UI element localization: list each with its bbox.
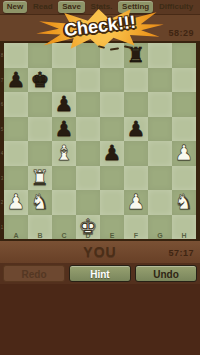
- rank-labels: 87654321: [0, 43, 4, 239]
- square-h2[interactable]: ♞: [172, 190, 196, 215]
- square-f4[interactable]: [124, 141, 148, 166]
- square-h5[interactable]: [172, 117, 196, 142]
- menu-item-save[interactable]: Save: [58, 1, 85, 13]
- square-b7[interactable]: ♚: [28, 68, 52, 93]
- player-name: YOU: [83, 244, 116, 260]
- square-d8[interactable]: [76, 43, 100, 68]
- square-e4[interactable]: ♟: [100, 141, 124, 166]
- file-label-c: C: [52, 232, 76, 239]
- opponent-clock: 58:29: [168, 28, 194, 38]
- square-g1[interactable]: G: [148, 215, 172, 240]
- square-c2[interactable]: [52, 190, 76, 215]
- square-f2[interactable]: ♟: [124, 190, 148, 215]
- square-c3[interactable]: [52, 166, 76, 191]
- square-a3[interactable]: [4, 166, 28, 191]
- square-e7[interactable]: [100, 68, 124, 93]
- black-rook[interactable]: ♜: [127, 43, 146, 67]
- square-g6[interactable]: [148, 92, 172, 117]
- square-b5[interactable]: [28, 117, 52, 142]
- square-f7[interactable]: [124, 68, 148, 93]
- square-e8[interactable]: [100, 43, 124, 68]
- square-f3[interactable]: [124, 166, 148, 191]
- white-pawn[interactable]: ♟: [7, 190, 26, 214]
- square-d2[interactable]: [76, 190, 100, 215]
- white-bishop[interactable]: ♝: [55, 141, 74, 165]
- square-b6[interactable]: [28, 92, 52, 117]
- square-d1[interactable]: ♚D: [76, 215, 100, 240]
- menu-bar: New Read Save Stats. Setting Difficulty: [0, 0, 200, 15]
- square-h1[interactable]: H: [172, 215, 196, 240]
- file-label-g: G: [148, 232, 172, 239]
- menu-item-setting[interactable]: Setting: [118, 1, 153, 13]
- square-h6[interactable]: [172, 92, 196, 117]
- square-c7[interactable]: [52, 68, 76, 93]
- black-pawn[interactable]: ♟: [55, 117, 74, 141]
- square-a8[interactable]: [4, 43, 28, 68]
- square-f6[interactable]: [124, 92, 148, 117]
- square-e3[interactable]: [100, 166, 124, 191]
- white-rook[interactable]: ♜: [31, 166, 50, 190]
- player-clock: 57:17: [168, 248, 194, 258]
- file-label-b: B: [28, 232, 52, 239]
- black-king[interactable]: ♚: [31, 68, 50, 92]
- control-bar: Redo Hint Undo: [0, 263, 200, 284]
- file-label-h: H: [172, 232, 196, 239]
- square-g5[interactable]: [148, 117, 172, 142]
- square-b8[interactable]: [28, 43, 52, 68]
- square-d6[interactable]: [76, 92, 100, 117]
- menu-item-difficulty[interactable]: Difficulty: [155, 1, 197, 13]
- square-a4[interactable]: [4, 141, 28, 166]
- square-g4[interactable]: [148, 141, 172, 166]
- square-g7[interactable]: [148, 68, 172, 93]
- rank-label-5: 5: [1, 120, 4, 138]
- file-label-e: E: [100, 232, 124, 239]
- square-d3[interactable]: [76, 166, 100, 191]
- chess-board: ♜♟♚♟♟♟♝♟♟♜♟♞♟♞ABC♚DEFGH: [4, 43, 196, 239]
- square-a2[interactable]: ♟: [4, 190, 28, 215]
- square-c1[interactable]: C: [52, 215, 76, 240]
- square-h3[interactable]: [172, 166, 196, 191]
- redo-button[interactable]: Redo: [3, 265, 65, 282]
- square-h8[interactable]: [172, 43, 196, 68]
- square-f5[interactable]: ♟: [124, 117, 148, 142]
- square-d4[interactable]: [76, 141, 100, 166]
- square-e6[interactable]: [100, 92, 124, 117]
- rank-label-1: 1: [1, 218, 4, 236]
- square-b1[interactable]: B: [28, 215, 52, 240]
- black-pawn[interactable]: ♟: [55, 92, 74, 116]
- square-g3[interactable]: [148, 166, 172, 191]
- square-a6[interactable]: [4, 92, 28, 117]
- rank-label-7: 7: [1, 71, 4, 89]
- square-f8[interactable]: ♜: [124, 43, 148, 68]
- square-h7[interactable]: [172, 68, 196, 93]
- black-pawn[interactable]: ♟: [103, 141, 122, 165]
- player-strip: YOU 57:17: [0, 241, 200, 263]
- rank-label-4: 4: [1, 144, 4, 162]
- square-a1[interactable]: A: [4, 215, 28, 240]
- black-pawn[interactable]: ♟: [127, 117, 146, 141]
- square-g8[interactable]: [148, 43, 172, 68]
- square-g2[interactable]: [148, 190, 172, 215]
- rank-label-6: 6: [1, 95, 4, 113]
- white-pawn[interactable]: ♟: [175, 141, 194, 165]
- undo-button[interactable]: Undo: [135, 265, 197, 282]
- app-window: { "game": "chess", "position": { "fen": …: [0, 0, 200, 355]
- file-label-d: D: [76, 232, 100, 239]
- square-d7[interactable]: [76, 68, 100, 93]
- menu-item-stats[interactable]: Stats.: [87, 1, 117, 13]
- square-c4[interactable]: ♝: [52, 141, 76, 166]
- bottom-panel: [0, 284, 200, 355]
- white-knight[interactable]: ♞: [31, 190, 50, 214]
- menu-item-read[interactable]: Read: [29, 1, 57, 13]
- menu-item-new[interactable]: New: [3, 1, 27, 13]
- square-b4[interactable]: [28, 141, 52, 166]
- square-b2[interactable]: ♞: [28, 190, 52, 215]
- square-a7[interactable]: ♟: [4, 68, 28, 93]
- square-e5[interactable]: [100, 117, 124, 142]
- rank-label-8: 8: [1, 46, 4, 64]
- board-frame: 87654321 ♜♟♚♟♟♟♝♟♟♜♟♞♟♞ABC♚DEFGH: [0, 41, 200, 241]
- square-b3[interactable]: ♜: [28, 166, 52, 191]
- hint-button[interactable]: Hint: [69, 265, 131, 282]
- rank-label-2: 2: [1, 193, 4, 211]
- black-pawn[interactable]: ♟: [7, 68, 26, 92]
- square-c6[interactable]: ♟: [52, 92, 76, 117]
- file-label-f: F: [124, 232, 148, 239]
- white-pawn[interactable]: ♟: [127, 190, 146, 214]
- square-f1[interactable]: F: [124, 215, 148, 240]
- rank-label-3: 3: [1, 169, 4, 187]
- square-d5[interactable]: [76, 117, 100, 142]
- square-c8[interactable]: [52, 43, 76, 68]
- square-a5[interactable]: [4, 117, 28, 142]
- square-e1[interactable]: E: [100, 215, 124, 240]
- opponent-strip: 58:29: [0, 15, 200, 41]
- square-c5[interactable]: ♟: [52, 117, 76, 142]
- square-e2[interactable]: [100, 190, 124, 215]
- white-knight[interactable]: ♞: [175, 190, 194, 214]
- file-label-a: A: [4, 232, 28, 239]
- square-h4[interactable]: ♟: [172, 141, 196, 166]
